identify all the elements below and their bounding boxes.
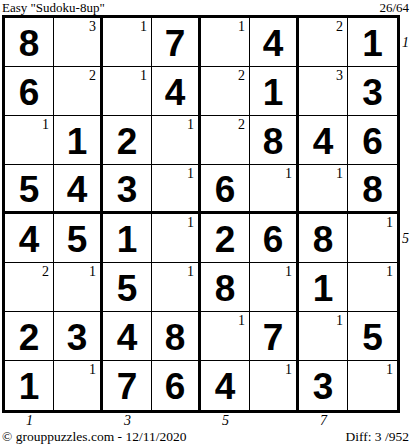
puzzle-title: Easy "Sudoku-8up" [2, 0, 105, 16]
corner-mark: 1 [386, 362, 393, 377]
cell-r6c7: 1 [299, 263, 348, 312]
given-digit: 3 [313, 366, 334, 405]
given-digit: 1 [263, 72, 284, 111]
given-digit: 4 [165, 72, 186, 111]
given-digit: 1 [117, 219, 138, 258]
cell-r7c5[interactable]: 1 [201, 312, 250, 361]
cell-r8c4: 6 [152, 361, 201, 410]
cell-r3c6: 8 [250, 116, 299, 165]
given-digit: 5 [117, 268, 138, 307]
sudoku-board: 8317142162142133112128465431611845112681… [2, 15, 400, 413]
given-digit: 8 [362, 169, 383, 208]
corner-mark: 3 [336, 68, 343, 83]
corner-mark: 1 [238, 19, 245, 34]
column-coordinate-labels: 1357 [5, 413, 397, 429]
corner-mark: 2 [336, 19, 343, 34]
given-digit: 2 [117, 121, 138, 160]
given-digit: 6 [19, 72, 40, 111]
cell-r4c1: 5 [5, 165, 54, 214]
cell-r4c8: 8 [348, 165, 397, 214]
cell-r2c4: 4 [152, 67, 201, 116]
corner-mark: 1 [187, 215, 194, 230]
column-label-1: 1 [5, 413, 54, 429]
corner-mark: 1 [140, 19, 147, 34]
given-digit: 1 [19, 366, 40, 405]
cell-r7c3: 4 [103, 312, 152, 361]
cell-r3c2: 1 [54, 116, 103, 165]
cell-r2c3[interactable]: 1 [103, 67, 152, 116]
cell-r4c3: 3 [103, 165, 152, 214]
progress-counter: 26/64 [379, 0, 409, 16]
cell-r8c7: 3 [299, 361, 348, 410]
cell-r4c7[interactable]: 1 [299, 165, 348, 214]
cell-r3c5[interactable]: 2 [201, 116, 250, 165]
given-digit: 7 [165, 23, 186, 62]
corner-mark: 1 [336, 166, 343, 181]
corner-mark: 2 [42, 264, 49, 279]
cell-r7c1: 2 [5, 312, 54, 361]
cell-r6c1[interactable]: 2 [5, 263, 54, 312]
cell-r1c8: 1 [348, 18, 397, 67]
cell-r2c1: 6 [5, 67, 54, 116]
corner-mark: 2 [238, 117, 245, 132]
cell-r1c2[interactable]: 3 [54, 18, 103, 67]
cell-r5c8[interactable]: 1 [348, 214, 397, 263]
given-digit: 4 [117, 317, 138, 356]
given-digit: 5 [19, 169, 40, 208]
cell-r8c1: 1 [5, 361, 54, 410]
given-digit: 8 [215, 268, 236, 307]
given-digit: 1 [67, 121, 88, 160]
cell-r6c5: 8 [201, 263, 250, 312]
cell-r3c8: 6 [348, 116, 397, 165]
corner-mark: 2 [238, 68, 245, 83]
corner-mark: 1 [140, 68, 147, 83]
column-label-7: 7 [299, 413, 348, 429]
cell-r7c4: 8 [152, 312, 201, 361]
cell-r3c7: 4 [299, 116, 348, 165]
cell-r5c3: 1 [103, 214, 152, 263]
given-digit: 4 [19, 219, 40, 258]
cell-r8c3: 7 [103, 361, 152, 410]
given-digit: 8 [263, 121, 284, 160]
corner-mark: 1 [42, 117, 49, 132]
cell-r1c6: 4 [250, 18, 299, 67]
cell-r6c2[interactable]: 1 [54, 263, 103, 312]
corner-mark: 1 [285, 264, 292, 279]
corner-mark: 1 [89, 362, 96, 377]
given-digit: 3 [117, 169, 138, 208]
given-digit: 7 [263, 317, 284, 356]
corner-mark: 1 [336, 313, 343, 328]
cell-r3c4[interactable]: 1 [152, 116, 201, 165]
cell-r6c6[interactable]: 1 [250, 263, 299, 312]
corner-mark: 2 [89, 68, 96, 83]
cell-r7c2: 3 [54, 312, 103, 361]
given-digit: 6 [362, 121, 383, 160]
given-digit: 8 [165, 317, 186, 356]
column-label-5: 5 [201, 413, 250, 429]
given-digit: 7 [117, 366, 138, 405]
cell-r4c5: 6 [201, 165, 250, 214]
cell-r2c8: 3 [348, 67, 397, 116]
given-digit: 5 [362, 317, 383, 356]
cell-r2c5[interactable]: 2 [201, 67, 250, 116]
cell-r6c3: 5 [103, 263, 152, 312]
corner-mark: 1 [89, 264, 96, 279]
given-digit: 1 [362, 23, 383, 62]
column-label-3: 3 [103, 413, 152, 429]
corner-mark: 1 [187, 264, 194, 279]
cell-r3c3: 2 [103, 116, 152, 165]
given-digit: 4 [313, 121, 334, 160]
cell-r8c2[interactable]: 1 [54, 361, 103, 410]
cell-r5c5: 2 [201, 214, 250, 263]
cell-r5c4[interactable]: 1 [152, 214, 201, 263]
given-digit: 4 [263, 23, 284, 62]
cell-r6c4[interactable]: 1 [152, 263, 201, 312]
cell-r1c4: 7 [152, 18, 201, 67]
cell-r1c3[interactable]: 1 [103, 18, 152, 67]
corner-mark: 1 [187, 166, 194, 181]
corner-mark: 1 [386, 215, 393, 230]
corner-mark: 3 [89, 19, 96, 34]
given-digit: 2 [215, 219, 236, 258]
cell-r1c5[interactable]: 1 [201, 18, 250, 67]
cell-r8c6[interactable]: 1 [250, 361, 299, 410]
given-digit: 4 [215, 366, 236, 405]
given-digit: 3 [362, 72, 383, 111]
cell-r7c6: 7 [250, 312, 299, 361]
cell-r8c8[interactable]: 1 [348, 361, 397, 410]
corner-mark: 1 [285, 166, 292, 181]
cell-r5c7: 8 [299, 214, 348, 263]
sudoku-page: Easy "Sudoku-8up" 26/64 8317142162142133… [0, 0, 412, 447]
cell-r7c8: 5 [348, 312, 397, 361]
copyright-text: © grouppuzzles.com - 12/11/2020 [2, 429, 186, 445]
cell-r6c8[interactable]: 1 [348, 263, 397, 312]
cell-r7c7[interactable]: 1 [299, 312, 348, 361]
cell-r5c2: 5 [54, 214, 103, 263]
corner-mark: 1 [238, 313, 245, 328]
cell-r2c2[interactable]: 2 [54, 67, 103, 116]
given-digit: 8 [19, 23, 40, 62]
cell-r2c7[interactable]: 3 [299, 67, 348, 116]
cell-r1c1: 8 [5, 18, 54, 67]
given-digit: 6 [165, 366, 186, 405]
row-label-1: 1 [402, 35, 412, 51]
given-digit: 4 [67, 169, 88, 208]
given-digit: 3 [67, 317, 88, 356]
row-coordinate-labels: 15 [402, 18, 412, 410]
given-digit: 6 [215, 169, 236, 208]
cell-r5c6: 6 [250, 214, 299, 263]
cell-r8c5: 4 [201, 361, 250, 410]
cell-r5c1: 4 [5, 214, 54, 263]
cell-r2c6: 1 [250, 67, 299, 116]
difficulty-text: Diff: 3 /952 [346, 429, 410, 445]
cell-r4c2: 4 [54, 165, 103, 214]
given-digit: 1 [313, 268, 334, 307]
corner-mark: 1 [187, 117, 194, 132]
row-label-5: 5 [402, 231, 412, 247]
corner-mark: 1 [386, 264, 393, 279]
corner-mark: 1 [285, 362, 292, 377]
cell-r4c6[interactable]: 1 [250, 165, 299, 214]
cell-r3c1[interactable]: 1 [5, 116, 54, 165]
given-digit: 5 [67, 219, 88, 258]
cell-r4c4[interactable]: 1 [152, 165, 201, 214]
cell-r1c7[interactable]: 2 [299, 18, 348, 67]
given-digit: 8 [313, 219, 334, 258]
given-digit: 2 [19, 317, 40, 356]
given-digit: 6 [263, 219, 284, 258]
